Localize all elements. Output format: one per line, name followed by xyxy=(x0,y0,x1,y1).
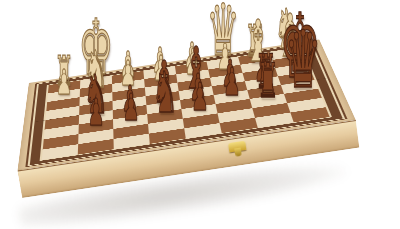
folding-chess-box xyxy=(18,39,356,170)
square-b3[interactable] xyxy=(78,119,113,134)
square-c2[interactable] xyxy=(113,124,149,139)
square-d2[interactable] xyxy=(148,119,184,134)
square-f2[interactable] xyxy=(218,108,255,123)
square-d1[interactable] xyxy=(149,128,186,143)
square-a1[interactable] xyxy=(42,144,78,160)
square-b2[interactable] xyxy=(78,129,113,144)
latch-hook-icon xyxy=(234,148,242,157)
square-c1[interactable] xyxy=(114,134,150,150)
square-f1[interactable] xyxy=(220,118,258,133)
square-g2[interactable] xyxy=(252,103,290,118)
square-e1[interactable] xyxy=(184,123,221,138)
brass-latch[interactable] xyxy=(228,141,247,158)
square-e2[interactable] xyxy=(183,113,220,128)
square-g1[interactable] xyxy=(255,112,294,127)
square-b1[interactable] xyxy=(78,139,114,155)
square-e3[interactable] xyxy=(181,104,217,119)
square-a3[interactable] xyxy=(44,124,79,139)
square-h1[interactable] xyxy=(290,107,329,122)
product-photo-scene: ♞♜♝♛♝♟♟♟♟♟♟♚♟♟♜♚♟♞♜♝♟♛♟♜♟♝♟♟♞♞♟♟ xyxy=(0,0,400,229)
square-h3[interactable] xyxy=(284,89,322,103)
square-g3[interactable] xyxy=(250,94,287,108)
square-d3[interactable] xyxy=(147,109,183,124)
square-f3[interactable] xyxy=(216,99,253,113)
square-c3[interactable] xyxy=(113,114,148,129)
square-h2[interactable] xyxy=(287,98,326,113)
square-a2[interactable] xyxy=(43,134,79,149)
